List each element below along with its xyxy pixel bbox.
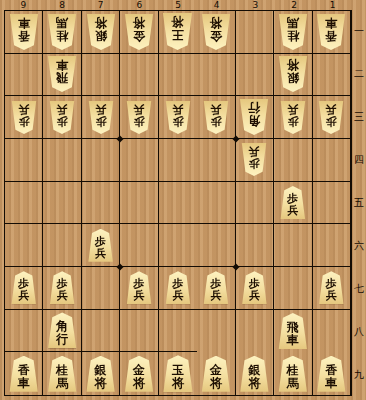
rank-label-h: 八	[352, 310, 366, 353]
square-7h[interactable]	[82, 310, 120, 353]
sente-gold[interactable]: 金将	[201, 356, 231, 392]
square-3h[interactable]	[236, 310, 274, 353]
square-5d[interactable]	[159, 139, 197, 182]
file-labels: 987654321	[4, 0, 352, 10]
square-8h[interactable]: 角行	[43, 310, 81, 353]
gote-pawn[interactable]: 歩兵	[318, 101, 344, 134]
square-1g[interactable]: 歩兵	[313, 267, 351, 310]
sente-pawn[interactable]: 歩兵	[49, 271, 75, 304]
gote-lance[interactable]: 香車	[9, 14, 39, 50]
gote-pawn[interactable]: 歩兵	[49, 101, 75, 134]
gote-pawn[interactable]: 歩兵	[88, 101, 114, 134]
square-7d[interactable]	[82, 139, 120, 182]
square-6f[interactable]	[120, 224, 158, 267]
square-1c[interactable]: 歩兵	[313, 96, 351, 139]
square-6e[interactable]	[120, 182, 158, 225]
rank-label-b: 二	[352, 53, 366, 96]
gote-lance[interactable]: 香車	[316, 14, 346, 50]
square-8c[interactable]: 歩兵	[43, 96, 81, 139]
rank-labels: 一二三四五六七八九	[352, 10, 366, 396]
sente-rook[interactable]: 飛車	[278, 313, 308, 349]
rank-label-g: 七	[352, 267, 366, 310]
square-4c[interactable]: 歩兵	[197, 96, 235, 139]
rank-label-e: 五	[352, 182, 366, 225]
square-7f[interactable]: 歩兵	[82, 224, 120, 267]
square-4d[interactable]	[197, 139, 235, 182]
file-label-4: 4	[197, 0, 236, 10]
gote-king[interactable]: 王将	[162, 13, 193, 50]
square-4e[interactable]	[197, 182, 235, 225]
square-8e[interactable]	[43, 182, 81, 225]
sente-pawn[interactable]: 歩兵	[280, 186, 306, 219]
square-8a[interactable]: 桂馬	[43, 11, 81, 54]
square-9i[interactable]: 香車	[5, 352, 43, 395]
square-1d[interactable]	[313, 139, 351, 182]
sente-silver[interactable]: 銀将	[239, 356, 269, 392]
square-6b[interactable]	[120, 54, 158, 97]
sente-knight[interactable]: 桂馬	[278, 356, 308, 392]
square-3c[interactable]: 角行	[236, 96, 274, 139]
gote-knight[interactable]: 桂馬	[278, 14, 308, 50]
square-3f[interactable]	[236, 224, 274, 267]
square-6h[interactable]	[120, 310, 158, 353]
square-5c[interactable]: 歩兵	[159, 96, 197, 139]
sente-lance[interactable]: 香車	[316, 356, 346, 392]
square-5b[interactable]	[159, 54, 197, 97]
square-3i[interactable]: 銀将	[236, 352, 274, 395]
square-2c[interactable]: 歩兵	[274, 96, 312, 139]
sente-pawn[interactable]: 歩兵	[88, 229, 114, 262]
file-label-5: 5	[159, 0, 198, 10]
gote-gold[interactable]: 金将	[124, 14, 154, 50]
square-7e[interactable]	[82, 182, 120, 225]
square-8f[interactable]	[43, 224, 81, 267]
rank-label-i: 九	[352, 353, 366, 396]
square-8d[interactable]	[43, 139, 81, 182]
square-9e[interactable]	[5, 182, 43, 225]
square-4i[interactable]: 金将	[197, 352, 235, 395]
sente-pawn[interactable]: 歩兵	[203, 271, 229, 304]
gote-pawn[interactable]: 歩兵	[126, 101, 152, 134]
square-4g[interactable]: 歩兵	[197, 267, 235, 310]
gote-gold[interactable]: 金将	[201, 14, 231, 50]
rank-label-a: 一	[352, 10, 366, 53]
square-2i[interactable]: 桂馬	[274, 352, 312, 395]
rank-label-c: 三	[352, 96, 366, 139]
square-3e[interactable]	[236, 182, 274, 225]
square-7g[interactable]	[82, 267, 120, 310]
gote-silver[interactable]: 銀将	[278, 56, 308, 92]
sente-pawn[interactable]: 歩兵	[11, 271, 37, 304]
sente-bishop[interactable]: 角行	[47, 312, 77, 348]
sente-pawn[interactable]: 歩兵	[126, 271, 152, 304]
square-6i[interactable]: 金将	[120, 352, 158, 395]
rank-label-d: 四	[352, 139, 366, 182]
gote-knight[interactable]: 桂馬	[47, 14, 77, 50]
square-4f[interactable]	[197, 224, 235, 267]
square-1f[interactable]	[313, 224, 351, 267]
file-label-9: 9	[4, 0, 43, 10]
sente-lance[interactable]: 香車	[9, 356, 39, 392]
sente-gold[interactable]: 金将	[124, 356, 154, 392]
file-label-8: 8	[43, 0, 82, 10]
square-6d[interactable]	[120, 139, 158, 182]
file-label-3: 3	[236, 0, 275, 10]
square-5f[interactable]	[159, 224, 197, 267]
square-5g[interactable]: 歩兵	[159, 267, 197, 310]
square-4b[interactable]	[197, 54, 235, 97]
square-2h[interactable]: 飛車	[274, 310, 312, 353]
square-2b[interactable]: 銀将	[274, 54, 312, 97]
file-label-6: 6	[120, 0, 159, 10]
square-9g[interactable]: 歩兵	[5, 267, 43, 310]
file-label-1: 1	[313, 0, 352, 10]
square-7i[interactable]: 銀将	[82, 352, 120, 395]
square-7c[interactable]: 歩兵	[82, 96, 120, 139]
file-label-2: 2	[275, 0, 314, 10]
square-2a[interactable]: 桂馬	[274, 11, 312, 54]
gote-pawn[interactable]: 歩兵	[11, 101, 37, 134]
square-3a[interactable]	[236, 11, 274, 54]
square-3b[interactable]	[236, 54, 274, 97]
square-9a[interactable]: 香車	[5, 11, 43, 54]
file-label-7: 7	[81, 0, 120, 10]
square-8g[interactable]: 歩兵	[43, 267, 81, 310]
square-5a[interactable]: 王将	[159, 11, 197, 54]
shogi-app: 987654321 一二三四五六七八九 香車桂馬銀将金将王将金将桂馬香車飛車銀将…	[0, 0, 366, 400]
square-9h[interactable]	[5, 310, 43, 353]
gote-rook[interactable]: 飛車	[47, 56, 77, 92]
square-6c[interactable]: 歩兵	[120, 96, 158, 139]
sente-pawn[interactable]: 歩兵	[318, 271, 344, 304]
square-6a[interactable]: 金将	[120, 11, 158, 54]
square-2e[interactable]: 歩兵	[274, 182, 312, 225]
sente-pawn[interactable]: 歩兵	[165, 271, 191, 304]
square-9f[interactable]	[5, 224, 43, 267]
square-2f[interactable]	[274, 224, 312, 267]
square-1b[interactable]	[313, 54, 351, 97]
square-7b[interactable]	[82, 54, 120, 97]
square-7a[interactable]: 銀将	[82, 11, 120, 54]
gote-pawn[interactable]: 歩兵	[165, 101, 191, 134]
sente-pawn[interactable]: 歩兵	[241, 271, 267, 304]
square-5h[interactable]	[159, 310, 197, 353]
square-3g[interactable]: 歩兵	[236, 267, 274, 310]
square-1a[interactable]: 香車	[313, 11, 351, 54]
square-4a[interactable]: 金将	[197, 11, 235, 54]
gote-bishop[interactable]: 角行	[239, 99, 269, 135]
square-1e[interactable]	[313, 182, 351, 225]
square-9d[interactable]	[5, 139, 43, 182]
sente-king[interactable]: 玉将	[162, 355, 193, 392]
square-5e[interactable]	[159, 182, 197, 225]
square-1h[interactable]	[313, 310, 351, 353]
shogi-board: 香車桂馬銀将金将王将金将桂馬香車飛車銀将歩兵歩兵歩兵歩兵歩兵歩兵角行歩兵歩兵歩兵…	[4, 10, 352, 396]
square-9c[interactable]: 歩兵	[5, 96, 43, 139]
sente-knight[interactable]: 桂馬	[47, 356, 77, 392]
square-2g[interactable]	[274, 267, 312, 310]
rank-label-f: 六	[352, 224, 366, 267]
sente-silver[interactable]: 銀将	[86, 356, 116, 392]
square-4h[interactable]	[197, 310, 235, 353]
square-8i[interactable]: 桂馬	[43, 352, 81, 395]
square-6g[interactable]: 歩兵	[120, 267, 158, 310]
square-3d[interactable]: 歩兵	[236, 139, 274, 182]
gote-silver[interactable]: 銀将	[86, 14, 116, 50]
square-1i[interactable]: 香車	[313, 352, 351, 395]
square-2d[interactable]	[274, 139, 312, 182]
square-5i[interactable]: 玉将	[159, 352, 197, 395]
square-9b[interactable]	[5, 54, 43, 97]
square-8b[interactable]: 飛車	[43, 54, 81, 97]
gote-pawn[interactable]: 歩兵	[241, 143, 267, 176]
gote-pawn[interactable]: 歩兵	[203, 101, 229, 134]
gote-pawn[interactable]: 歩兵	[280, 101, 306, 134]
